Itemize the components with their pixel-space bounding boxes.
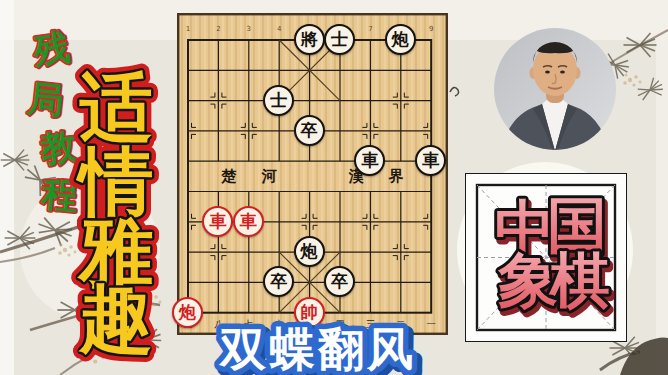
presenter-photo	[493, 27, 617, 151]
banner-text: 双蝶翻风	[218, 322, 416, 375]
piece-red-chariot[interactable]: 車	[202, 206, 233, 237]
river-label: 楚 河	[220, 167, 286, 185]
file-label-top: 9	[429, 25, 433, 33]
piece-black-general[interactable]: 將	[294, 24, 325, 55]
piece-black-advisor[interactable]: 士	[324, 24, 355, 55]
board-grid: 123456789九八七六五四三二一楚 河漢 界	[177, 13, 448, 335]
file-label-top: 7	[368, 25, 372, 33]
box-char: 棋	[548, 245, 610, 315]
file-label-top: 2	[216, 25, 220, 33]
piece-black-advisor[interactable]: 士	[263, 85, 294, 116]
file-label-top: 1	[186, 25, 190, 33]
piece-red-chariot[interactable]: 車	[233, 206, 264, 237]
file-label-top: 4	[277, 25, 282, 33]
puzzle-name-banner: 双蝶翻风 双蝶翻风	[150, 316, 490, 375]
piece-black-soldier[interactable]: 卒	[294, 115, 325, 146]
thumbnail-canvas: 123456789九八七六五四三二一楚 河漢 界將士炮士卒車車車車炮卒卒炮帥	[0, 0, 668, 375]
piece-black-cannon[interactable]: 炮	[294, 236, 325, 267]
xiangqi-board[interactable]: 123456789九八七六五四三二一楚 河漢 界將士炮士卒車車車車炮卒卒炮帥	[177, 13, 448, 335]
file-label-top: 3	[247, 25, 251, 33]
box-char: 象	[497, 245, 558, 315]
piece-black-cannon[interactable]: 炮	[385, 24, 416, 55]
